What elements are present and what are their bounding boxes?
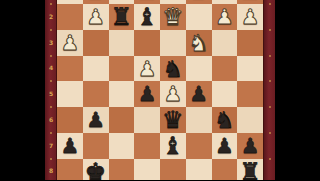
black-pawn: ♟: [86, 108, 105, 134]
rank-label-6: 6: [45, 116, 57, 124]
square-h8: [57, 159, 83, 181]
black-pawn: ♟: [60, 133, 79, 159]
square-e5: ♟: [134, 81, 160, 107]
frame-dot: [269, 3, 271, 5]
letterbox-left: [0, 0, 45, 180]
square-f4: [109, 56, 135, 82]
board-grid: ♚♜♝♜♟♜♝♛♟♟♟♞♟♞♟♟♟♟♛♞♟♝♟♟♚♜: [57, 0, 263, 180]
white-pawn: ♟: [86, 5, 105, 31]
square-f5: [109, 81, 135, 107]
square-a4: [237, 56, 263, 82]
square-g8: ♚: [83, 159, 109, 181]
square-f2: ♜: [109, 4, 135, 30]
black-pawn: ♟: [241, 133, 260, 159]
rank-label-5: 5: [45, 90, 57, 98]
square-h6: [57, 107, 83, 133]
square-g5: [83, 81, 109, 107]
frame-dot: [269, 132, 271, 134]
black-rook: ♜: [111, 5, 133, 31]
rank-label-7: 7: [45, 142, 57, 150]
square-e7: [134, 133, 160, 159]
square-f7: [109, 133, 135, 159]
square-e4: ♟: [134, 56, 160, 82]
frame-dot: [269, 106, 271, 108]
square-h2: [57, 4, 83, 30]
white-bishop: ♝: [136, 5, 158, 31]
frame-dot: [50, 132, 52, 134]
square-c5: ♟: [186, 81, 212, 107]
square-b3: [212, 30, 238, 56]
frame-dot: [50, 80, 52, 82]
square-b8: [212, 159, 238, 181]
square-b6: ♞: [212, 107, 238, 133]
letterbox-right: [275, 0, 320, 180]
square-f3: [109, 30, 135, 56]
square-b5: [212, 81, 238, 107]
square-g4: [83, 56, 109, 82]
frame-dot: [50, 29, 52, 31]
square-h3: ♟: [57, 30, 83, 56]
square-g2: ♟: [83, 4, 109, 30]
chessboard: ♚♜♝♜♟♜♝♛♟♟♟♞♟♞♟♟♟♟♛♞♟♝♟♟♚♜: [57, 0, 263, 180]
square-d4: ♞: [160, 56, 186, 82]
black-pawn: ♟: [215, 133, 234, 159]
square-f6: [109, 107, 135, 133]
black-bishop: ♝: [162, 133, 184, 159]
square-c8: [186, 159, 212, 181]
black-knight: ♞: [214, 108, 235, 134]
square-d6: ♛: [160, 107, 186, 133]
white-pawn: ♟: [241, 5, 260, 31]
square-d5: ♟: [160, 81, 186, 107]
square-b4: [212, 56, 238, 82]
white-queen: ♛: [162, 5, 184, 31]
frame-dot: [269, 80, 271, 82]
square-b7: ♟: [212, 133, 238, 159]
rank-label-2: 2: [45, 13, 57, 21]
square-c7: [186, 133, 212, 159]
square-a5: [237, 81, 263, 107]
square-f8: [109, 159, 135, 181]
board-frame-left: 2345678: [45, 0, 57, 180]
square-g3: [83, 30, 109, 56]
frame-dot: [269, 158, 271, 160]
square-e2: ♝: [134, 4, 160, 30]
square-b2: ♟: [212, 4, 238, 30]
white-pawn: ♟: [60, 30, 79, 56]
square-h5: [57, 81, 83, 107]
white-pawn: ♟: [138, 56, 157, 82]
black-rook: ♜: [239, 159, 261, 180]
square-d8: [160, 159, 186, 181]
square-e3: [134, 30, 160, 56]
square-g6: ♟: [83, 107, 109, 133]
rank-label-8: 8: [45, 167, 57, 175]
square-d7: ♝: [160, 133, 186, 159]
square-d2: ♛: [160, 4, 186, 30]
frame-dot: [269, 29, 271, 31]
black-pawn: ♟: [138, 82, 157, 108]
square-h7: ♟: [57, 133, 83, 159]
rank-label-4: 4: [45, 64, 57, 72]
video-frame: { "game": "chess", "position": { "fen": …: [0, 0, 320, 180]
square-a6: [237, 107, 263, 133]
frame-dot: [50, 55, 52, 57]
board-frame-right: [263, 0, 275, 180]
square-e8: [134, 159, 160, 181]
square-c2: [186, 4, 212, 30]
white-pawn: ♟: [215, 5, 234, 31]
square-a7: ♟: [237, 133, 263, 159]
square-a3: [237, 30, 263, 56]
square-g7: [83, 133, 109, 159]
frame-dot: [50, 158, 52, 160]
black-king: ♚: [85, 159, 107, 180]
square-a2: ♟: [237, 4, 263, 30]
black-queen: ♛: [162, 108, 184, 134]
square-e6: [134, 107, 160, 133]
square-a8: ♜: [237, 159, 263, 181]
square-c6: [186, 107, 212, 133]
white-pawn: ♟: [163, 82, 182, 108]
black-pawn: ♟: [189, 82, 208, 108]
square-c3: ♞: [186, 30, 212, 56]
square-d3: [160, 30, 186, 56]
square-c4: [186, 56, 212, 82]
frame-dot: [50, 106, 52, 108]
black-knight: ♞: [163, 56, 184, 82]
chess-diagram: 2345678 ♚♜♝♜♟♜♝♛♟♟♟♞♟♞♟♟♟♟♛♞♟♝♟♟♚♜: [45, 0, 275, 180]
rank-label-3: 3: [45, 39, 57, 47]
white-knight: ♞: [188, 30, 209, 56]
frame-dot: [269, 55, 271, 57]
square-h4: [57, 56, 83, 82]
frame-dot: [50, 3, 52, 5]
